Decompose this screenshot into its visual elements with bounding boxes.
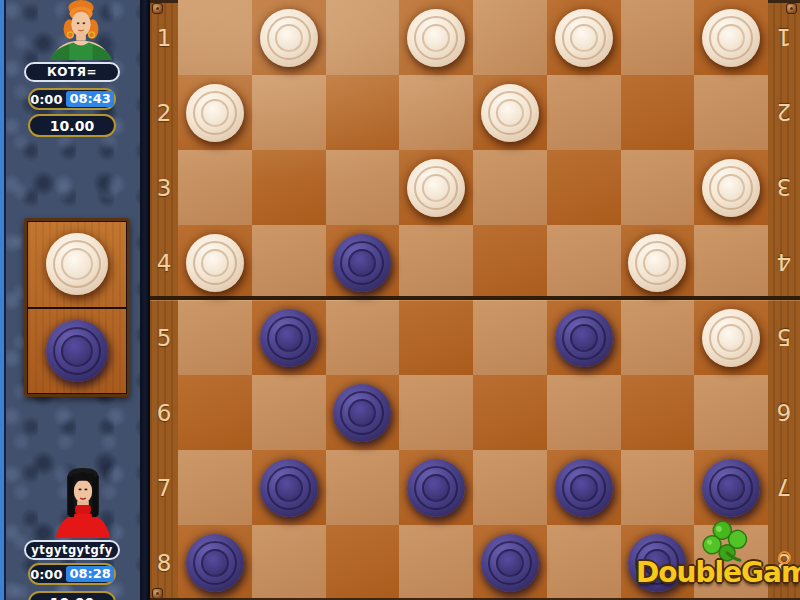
square-a6[interactable] [178, 375, 252, 450]
square-d5[interactable] [399, 300, 473, 375]
square-a7[interactable] [178, 450, 252, 525]
tray-black-slot [27, 308, 127, 395]
checker-black[interactable] [333, 384, 391, 442]
square-d3[interactable] [399, 150, 473, 225]
square-b5[interactable] [252, 300, 326, 375]
checker-white[interactable] [186, 84, 244, 142]
bottom-player-stake-text: 10.00 [50, 595, 94, 600]
checkers-game-window: КОТЯ= 0:00 08:43 10.00 [0, 0, 800, 600]
square-e4[interactable] [473, 225, 547, 300]
checker-black[interactable] [260, 309, 318, 367]
checker-black[interactable] [407, 459, 465, 517]
checker-black[interactable] [702, 459, 760, 517]
bottom-player-time-remaining: 08:28 [66, 566, 113, 582]
square-b2[interactable] [252, 75, 326, 150]
square-e1[interactable] [473, 0, 547, 75]
checker-black[interactable] [481, 534, 539, 592]
avatar-bottom-player [48, 468, 118, 538]
square-a5[interactable] [178, 300, 252, 375]
bottom-player-stake: 10.00 [28, 591, 116, 600]
square-a3[interactable] [178, 150, 252, 225]
square-g2[interactable] [621, 75, 695, 150]
checker-white[interactable] [702, 9, 760, 67]
corner-screw-icon [152, 3, 163, 14]
row-label-right-3: 3 [768, 150, 800, 225]
logo-ring-icon [778, 551, 791, 564]
bottom-player-time-elapsed: 0:00 [30, 567, 62, 582]
corner-screw-icon [152, 588, 163, 599]
square-e2[interactable] [473, 75, 547, 150]
square-a4[interactable] [178, 225, 252, 300]
square-d8[interactable] [399, 525, 473, 600]
corner-screw-icon [786, 3, 797, 14]
square-d2[interactable] [399, 75, 473, 150]
square-a2[interactable] [178, 75, 252, 150]
checker-white[interactable] [260, 9, 318, 67]
square-h1[interactable] [694, 0, 768, 75]
square-e8[interactable] [473, 525, 547, 600]
top-player-name: КОТЯ= [24, 62, 120, 82]
square-g7[interactable] [621, 450, 695, 525]
square-g5[interactable] [621, 300, 695, 375]
square-h6[interactable] [694, 375, 768, 450]
square-f7[interactable] [547, 450, 621, 525]
sidebar: КОТЯ= 0:00 08:43 10.00 [0, 0, 140, 600]
square-d4[interactable] [399, 225, 473, 300]
checker-white[interactable] [407, 9, 465, 67]
checker-white[interactable] [702, 159, 760, 217]
square-b1[interactable] [252, 0, 326, 75]
square-d6[interactable] [399, 375, 473, 450]
bottom-player-clock: 0:00 08:28 [28, 563, 116, 585]
doublegames-logo-text: DoubleGames [636, 556, 800, 589]
top-player-stake-text: 10.00 [50, 118, 94, 134]
top-player-time-remaining: 08:43 [66, 91, 113, 107]
square-f2[interactable] [547, 75, 621, 150]
square-e3[interactable] [473, 150, 547, 225]
checker-white[interactable] [481, 84, 539, 142]
square-h2[interactable] [694, 75, 768, 150]
tray-white-slot [27, 221, 127, 308]
row-label-right-4: 4 [768, 225, 800, 300]
square-a1[interactable] [178, 0, 252, 75]
square-g1[interactable] [621, 0, 695, 75]
piece-color-tray [24, 218, 130, 397]
square-a8[interactable] [178, 525, 252, 600]
square-d7[interactable] [399, 450, 473, 525]
top-player-stake: 10.00 [28, 114, 116, 137]
top-player-clock: 0:00 08:43 [28, 88, 116, 110]
checker-white[interactable] [186, 234, 244, 292]
row-label-left-6: 6 [150, 375, 178, 450]
row-label-left-4: 4 [150, 225, 178, 300]
checker-white[interactable] [555, 9, 613, 67]
top-player-name-text: КОТЯ= [47, 65, 97, 79]
checker-black[interactable] [260, 459, 318, 517]
checker-black[interactable] [555, 459, 613, 517]
square-c3[interactable] [326, 150, 400, 225]
square-e5[interactable] [473, 300, 547, 375]
row-labels-left: 12345678 [150, 0, 178, 600]
square-g4[interactable] [621, 225, 695, 300]
row-label-left-3: 3 [150, 150, 178, 225]
square-h4[interactable] [694, 225, 768, 300]
square-b4[interactable] [252, 225, 326, 300]
checker-black[interactable] [555, 309, 613, 367]
tray-black-checker [46, 320, 108, 382]
row-label-right-6: 6 [768, 375, 800, 450]
square-e6[interactable] [473, 375, 547, 450]
square-b7[interactable] [252, 450, 326, 525]
row-label-left-7: 7 [150, 450, 178, 525]
square-c8[interactable] [326, 525, 400, 600]
checker-white[interactable] [628, 234, 686, 292]
sidebar-edge-shadow [4, 0, 6, 600]
checker-black[interactable] [333, 234, 391, 292]
square-c1[interactable] [326, 0, 400, 75]
square-f1[interactable] [547, 0, 621, 75]
row-label-left-5: 5 [150, 300, 178, 375]
square-h3[interactable] [694, 150, 768, 225]
checker-black[interactable] [186, 534, 244, 592]
row-label-right-2: 2 [768, 75, 800, 150]
square-f3[interactable] [547, 150, 621, 225]
square-b3[interactable] [252, 150, 326, 225]
square-b8[interactable] [252, 525, 326, 600]
square-f5[interactable] [547, 300, 621, 375]
square-g3[interactable] [621, 150, 695, 225]
square-c2[interactable] [326, 75, 400, 150]
checkers-board: 12345678 12345678 DoubleGames [150, 0, 800, 600]
square-c4[interactable] [326, 225, 400, 300]
bottom-player-name: ytgytgytgfy [24, 540, 120, 560]
avatar-top-player [46, 0, 116, 60]
square-b6[interactable] [252, 375, 326, 450]
board-middle-seam [150, 296, 800, 300]
square-e7[interactable] [473, 450, 547, 525]
bottom-player-name-text: ytgytgytgfy [31, 543, 113, 557]
square-c5[interactable] [326, 300, 400, 375]
square-f6[interactable] [547, 375, 621, 450]
tray-white-checker-highlighted [46, 233, 108, 295]
square-h5[interactable] [694, 300, 768, 375]
board-grid [178, 0, 768, 600]
square-g6[interactable] [621, 375, 695, 450]
sidebar-board-divider [140, 0, 150, 600]
top-player-time-elapsed: 0:00 [30, 92, 62, 107]
row-label-left-2: 2 [150, 75, 178, 150]
row-labels-right: 12345678 [768, 0, 800, 600]
square-h7[interactable] [694, 450, 768, 525]
checker-white[interactable] [407, 159, 465, 217]
row-label-right-7: 7 [768, 450, 800, 525]
square-f4[interactable] [547, 225, 621, 300]
square-c6[interactable] [326, 375, 400, 450]
checker-white[interactable] [702, 309, 760, 367]
square-d1[interactable] [399, 0, 473, 75]
square-f8[interactable] [547, 525, 621, 600]
square-c7[interactable] [326, 450, 400, 525]
row-label-right-5: 5 [768, 300, 800, 375]
